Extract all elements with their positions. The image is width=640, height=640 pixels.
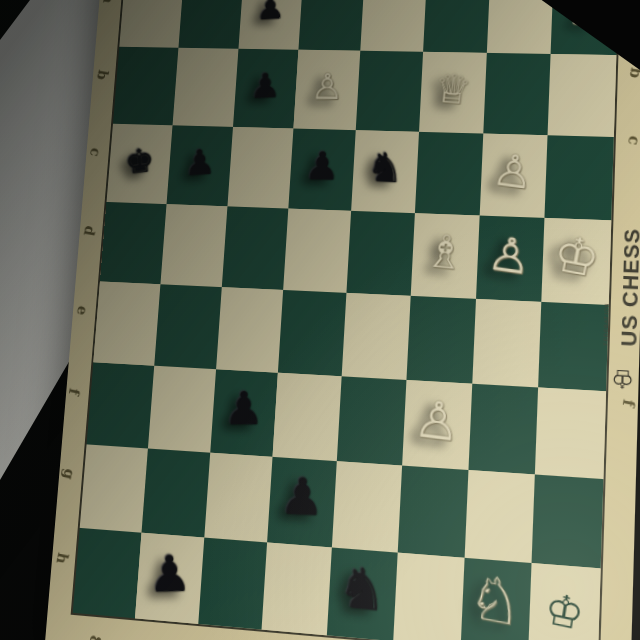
piece-black-pawn-f6[interactable]: ♟: [224, 386, 264, 432]
square-f6[interactable]: ♟: [210, 369, 278, 457]
square-e2[interactable]: [472, 299, 542, 388]
rank-label-bottom-8: 8: [85, 634, 104, 640]
square-c4[interactable]: ♞: [351, 130, 419, 213]
piece-white-pawn-d2[interactable]: ♙: [485, 228, 535, 281]
square-g4[interactable]: [332, 461, 402, 552]
piece-white-queen-b3[interactable]: ♕: [432, 68, 473, 110]
square-b8[interactable]: [113, 47, 178, 126]
square-e4[interactable]: [342, 293, 411, 380]
square-a8[interactable]: [119, 0, 184, 48]
piece-black-king-c8[interactable]: ♚: [124, 143, 155, 179]
square-h7[interactable]: ♟: [135, 533, 204, 624]
square-h6[interactable]: [198, 538, 268, 630]
square-d1[interactable]: ♔: [542, 218, 612, 305]
square-d6[interactable]: [221, 206, 288, 290]
file-label-right-b: b: [625, 67, 640, 80]
piece-white-pawn-c2[interactable]: ♙: [490, 147, 537, 196]
piece-white-bishop-d3[interactable]: ♗: [422, 227, 468, 276]
square-d3[interactable]: ♗: [410, 213, 479, 299]
square-a3[interactable]: [423, 0, 490, 53]
square-a6[interactable]: ♟: [238, 0, 304, 50]
piece-white-pawn-b5[interactable]: ♙: [310, 69, 344, 105]
piece-black-pawn-a6[interactable]: ♟: [257, 0, 286, 24]
square-g3[interactable]: [397, 466, 468, 558]
square-b6[interactable]: ♟: [233, 49, 299, 129]
board-grid: ♟♗♟♙♕♚♟♟♞♙♗♙♔♟♙♟♟♞♘♔: [73, 0, 619, 640]
square-a7[interactable]: [178, 0, 243, 49]
square-d7[interactable]: [160, 204, 227, 287]
square-a2[interactable]: [486, 0, 553, 54]
square-e3[interactable]: [406, 296, 475, 384]
square-h4[interactable]: ♞: [327, 548, 398, 640]
square-e8[interactable]: [93, 281, 160, 365]
square-f4[interactable]: [337, 376, 406, 465]
uschess-crown-logo-icon: ♔: [604, 365, 640, 392]
uschess-logo: ♔ US CHESS FEDERATION: [604, 175, 640, 392]
square-d2[interactable]: ♙: [475, 216, 544, 302]
square-b4[interactable]: [356, 51, 423, 132]
square-b7[interactable]: [172, 48, 238, 127]
square-f5[interactable]: [273, 373, 342, 461]
square-c1[interactable]: [545, 135, 614, 220]
square-e5[interactable]: [278, 290, 346, 376]
square-g5[interactable]: ♟: [267, 457, 336, 548]
piece-black-pawn-c7[interactable]: ♟: [184, 144, 216, 181]
file-label-left-e: e: [73, 305, 91, 317]
square-f7[interactable]: [148, 366, 216, 453]
square-e7[interactable]: [154, 284, 221, 369]
square-h3[interactable]: [393, 553, 464, 640]
square-a5[interactable]: [299, 0, 365, 51]
uschess-crown-logo: ♔: [542, 585, 587, 636]
square-f8[interactable]: [87, 362, 154, 448]
square-b1[interactable]: [548, 54, 617, 137]
square-e1[interactable]: [538, 302, 608, 391]
file-label-left-g: g: [60, 467, 79, 481]
square-c5[interactable]: ♟: [289, 129, 356, 211]
square-c6[interactable]: [227, 127, 294, 209]
piece-black-pawn-b6[interactable]: ♟: [250, 68, 281, 103]
file-label-left-d: d: [80, 224, 99, 237]
square-f3[interactable]: ♙: [402, 380, 472, 470]
square-h2[interactable]: ♘: [460, 558, 532, 640]
square-h1[interactable]: ♔: [528, 563, 600, 640]
square-b2[interactable]: [483, 53, 551, 135]
square-h8[interactable]: [73, 528, 142, 618]
piece-black-pawn-g5[interactable]: ♟: [279, 471, 325, 524]
file-label-left-a: a: [100, 0, 118, 5]
chess-board: ♟♗♟♙♕♚♟♟♞♙♗♙♔♟♙♟♟♞♘♔ abcdefgh 87654321 a…: [44, 0, 640, 640]
square-a4[interactable]: [360, 0, 427, 52]
square-c7[interactable]: ♟: [166, 125, 232, 206]
square-e6[interactable]: [216, 287, 284, 373]
piece-white-knight-h2[interactable]: ♘: [465, 565, 527, 635]
piece-black-pawn-h7[interactable]: ♟: [148, 549, 192, 600]
uschess-logo-text: US CHESS: [615, 210, 640, 365]
square-f2[interactable]: [468, 384, 538, 475]
square-c3[interactable]: [415, 132, 483, 216]
square-g6[interactable]: [204, 453, 273, 543]
piece-black-knight-h4[interactable]: ♞: [336, 559, 389, 620]
square-c8[interactable]: ♚: [107, 124, 173, 204]
square-b5[interactable]: ♙: [294, 50, 361, 130]
square-d5[interactable]: [283, 209, 351, 293]
file-label-left-h: h: [53, 551, 72, 566]
piece-white-king-d1[interactable]: ♔: [549, 229, 603, 286]
square-g7[interactable]: [141, 448, 209, 537]
square-g8[interactable]: [80, 444, 148, 532]
file-label-left-f: f: [65, 387, 83, 397]
square-h5[interactable]: [262, 542, 332, 635]
square-c2[interactable]: ♙: [479, 134, 548, 218]
file-label-right-f: f: [618, 398, 638, 408]
piece-black-pawn-c5[interactable]: ♟: [304, 147, 340, 186]
square-b3[interactable]: ♕: [419, 52, 487, 134]
piece-white-pawn-f3[interactable]: ♙: [411, 392, 463, 449]
piece-black-knight-c4[interactable]: ♞: [365, 147, 405, 189]
square-d4[interactable]: [346, 211, 414, 296]
square-g1[interactable]: [532, 475, 604, 569]
square-f1[interactable]: [535, 387, 606, 479]
square-d8[interactable]: [100, 202, 166, 284]
file-label-left-c: c: [86, 147, 104, 158]
file-label-left-b: b: [93, 69, 111, 81]
square-g2[interactable]: [464, 470, 535, 563]
file-label-right-c: c: [624, 135, 640, 147]
uschess-logo-subtext: FEDERATION: [602, 293, 610, 355]
